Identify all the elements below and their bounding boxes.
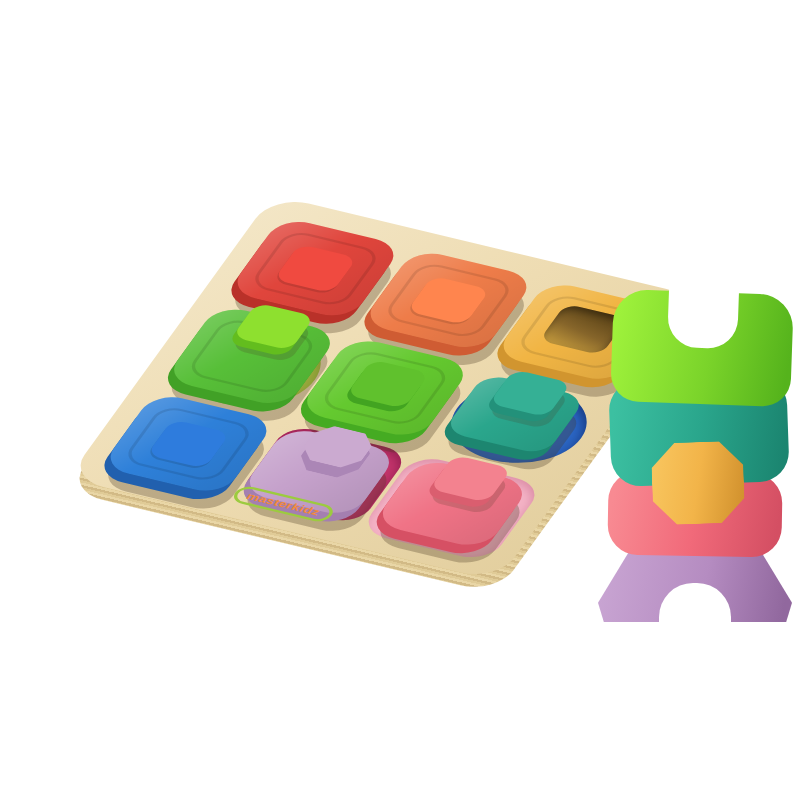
tower-piece-purple-arch [598,542,792,622]
shape-sorter-board: masterkidz [67,195,702,581]
tower-piece-yellow-hexagon [651,440,746,525]
product-photo-scene: masterkidz [0,0,800,800]
tower-piece-pink-block [607,470,782,557]
purple-arch-notch [659,583,731,623]
